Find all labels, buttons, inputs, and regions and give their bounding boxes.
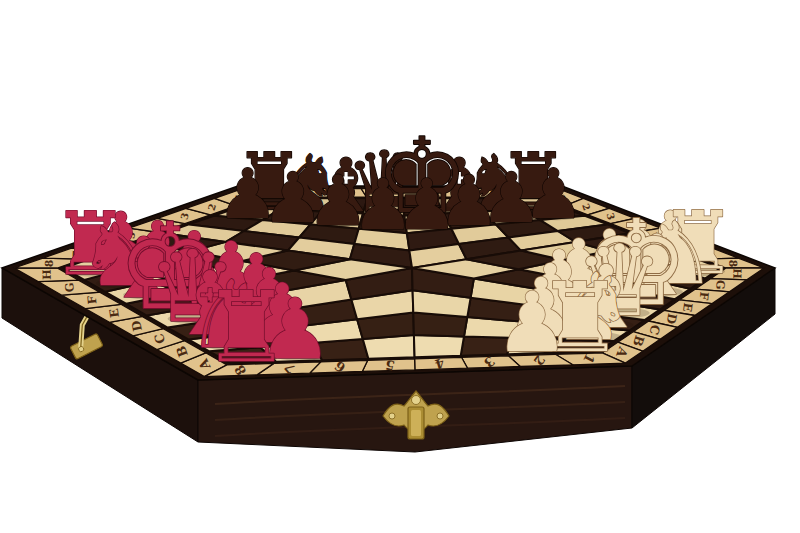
white-pawn: ♟: [495, 274, 569, 371]
three-player-chess-board: ABCDEFGH87654321ABCDEFGH12345678HGFEDCBA…: [0, 0, 800, 533]
dark-pawn: ♟: [395, 164, 458, 246]
product-photo: ABCDEFGH87654321ABCDEFGH12345678HGFEDCBA…: [0, 0, 800, 533]
red-rook: ♜: [203, 271, 290, 384]
board-cell: [414, 335, 464, 357]
